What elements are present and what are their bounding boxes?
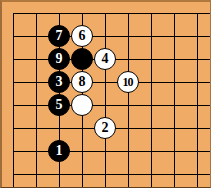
move-number-label: 6 bbox=[79, 29, 86, 43]
move-number-label: 4 bbox=[102, 52, 109, 66]
stone-white-2: 2 bbox=[94, 117, 116, 139]
stone-white-4: 4 bbox=[94, 48, 116, 70]
move-number-label: 9 bbox=[56, 52, 63, 66]
move-number-label: 1 bbox=[56, 144, 63, 158]
move-number-label: 3 bbox=[56, 75, 63, 89]
stone-white-8: 8 bbox=[71, 71, 93, 93]
stone-black-7: 7 bbox=[48, 25, 70, 47]
stone-white bbox=[71, 94, 93, 116]
move-number-label: 5 bbox=[56, 98, 63, 112]
move-number-label: 8 bbox=[79, 75, 86, 89]
stone-black-9: 9 bbox=[48, 48, 70, 70]
stone-white-10: 10 bbox=[117, 71, 139, 93]
move-number-label: 2 bbox=[102, 121, 109, 135]
move-number-label: 10 bbox=[123, 76, 133, 88]
stone-white-6: 6 bbox=[71, 25, 93, 47]
board-grid-lines bbox=[13, 13, 210, 187]
stone-black-5: 5 bbox=[48, 94, 70, 116]
stone-black bbox=[71, 48, 93, 70]
stone-black-1: 1 bbox=[48, 140, 70, 162]
stone-black-3: 3 bbox=[48, 71, 70, 93]
go-board: 76943810521 bbox=[0, 0, 211, 188]
move-number-label: 7 bbox=[56, 29, 63, 43]
